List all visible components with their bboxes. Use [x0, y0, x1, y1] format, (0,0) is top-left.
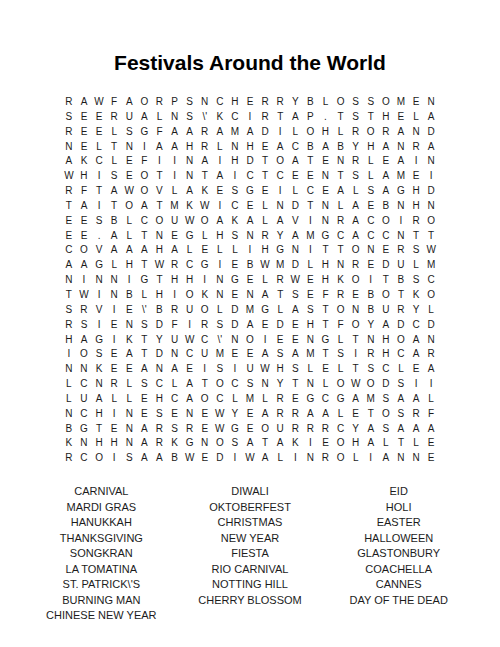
grid-cell: G: [318, 333, 333, 348]
grid-cell: N: [318, 214, 333, 229]
grid-cell: I: [363, 451, 378, 466]
grid-cell: L: [408, 110, 423, 125]
grid-cell: A: [107, 229, 122, 244]
word-list-item: CHERRY BLOSSOM: [176, 593, 325, 609]
grid-cell: B: [363, 288, 378, 303]
grid-cell: O: [424, 288, 439, 303]
grid-cell: E: [242, 422, 257, 437]
grid-cell: L: [288, 184, 303, 199]
grid-cell: N: [258, 377, 273, 392]
grid-cell: H: [273, 362, 288, 377]
grid-cell: O: [378, 214, 393, 229]
grid-cell: H: [227, 95, 242, 110]
grid-cell: C: [378, 229, 393, 244]
grid-cell: A: [182, 392, 197, 407]
page-title: Festivals Around the World: [0, 0, 500, 75]
grid-cell: A: [288, 347, 303, 362]
grid-cell: A: [393, 422, 408, 437]
grid-cell: C: [182, 347, 197, 362]
grid-cell: R: [152, 422, 167, 437]
grid-cell: D: [288, 199, 303, 214]
grid-cell: L: [318, 95, 333, 110]
grid-cell: L: [303, 362, 318, 377]
grid-cell: C: [303, 184, 318, 199]
grid-cell: R: [258, 110, 273, 125]
grid-cell: U: [197, 347, 212, 362]
word-list-item: FIESTA: [176, 546, 325, 562]
grid-cell: E: [61, 229, 76, 244]
grid-cell: R: [258, 95, 273, 110]
grid-cell: P: [303, 110, 318, 125]
grid-cell: O: [333, 436, 348, 451]
grid-cell: M: [227, 125, 242, 140]
grid-cell: H: [303, 318, 318, 333]
word-search-grid: RAWFAORPSNCHERRYBLOSSOMENSEERUALNS\'KCIR…: [61, 95, 438, 466]
grid-cell: G: [393, 184, 408, 199]
grid-cell: L: [167, 377, 182, 392]
grid-cell: D: [152, 318, 167, 333]
grid-cell: I: [92, 288, 107, 303]
grid-cell: E: [424, 451, 439, 466]
grid-cell: S: [227, 229, 242, 244]
grid-cell: E: [182, 362, 197, 377]
grid-cell: T: [363, 110, 378, 125]
grid-cell: L: [122, 214, 137, 229]
grid-cell: H: [378, 333, 393, 348]
grid-cell: A: [408, 392, 423, 407]
grid-cell: E: [288, 318, 303, 333]
grid-cell: O: [76, 243, 91, 258]
grid-cell: E: [303, 288, 318, 303]
grid-cell: A: [122, 95, 137, 110]
grid-cell: S: [122, 451, 137, 466]
word-list: CARNIVALMARDI GRASHANUKKAHTHANKSGIVINGSO…: [27, 484, 473, 624]
grid-cell: E: [303, 169, 318, 184]
grid-cell: C: [393, 347, 408, 362]
grid-cell: H: [408, 184, 423, 199]
grid-cell: I: [167, 288, 182, 303]
grid-cell: A: [393, 154, 408, 169]
grid-cell: Y: [348, 422, 363, 437]
grid-cell: E: [61, 214, 76, 229]
grid-cell: A: [393, 125, 408, 140]
grid-cell: K: [408, 288, 423, 303]
grid-cell: E: [76, 140, 91, 155]
grid-cell: N: [393, 229, 408, 244]
grid-cell: L: [212, 303, 227, 318]
grid-cell: O: [273, 154, 288, 169]
grid-cell: I: [107, 451, 122, 466]
grid-cell: R: [393, 303, 408, 318]
grid-cell: L: [424, 392, 439, 407]
grid-cell: L: [258, 392, 273, 407]
grid-cell: E: [318, 436, 333, 451]
grid-cell: I: [61, 347, 76, 362]
grid-cell: S: [152, 407, 167, 422]
grid-cell: W: [182, 214, 197, 229]
grid-cell: U: [122, 110, 137, 125]
grid-cell: G: [258, 303, 273, 318]
grid-cell: S: [227, 184, 242, 199]
grid-cell: N: [227, 140, 242, 155]
grid-cell: S: [61, 110, 76, 125]
grid-cell: E: [76, 125, 91, 140]
grid-cell: I: [167, 169, 182, 184]
grid-cell: F: [167, 318, 182, 333]
grid-cell: L: [348, 184, 363, 199]
grid-cell: E: [76, 214, 91, 229]
grid-cell: C: [363, 214, 378, 229]
grid-cell: K: [92, 362, 107, 377]
grid-cell: A: [258, 347, 273, 362]
grid-cell: Y: [227, 407, 242, 422]
grid-cell: A: [242, 436, 257, 451]
grid-cell: N: [408, 451, 423, 466]
grid-cell: L: [333, 125, 348, 140]
grid-cell: N: [61, 273, 76, 288]
grid-cell: C: [182, 258, 197, 273]
grid-cell: O: [122, 199, 137, 214]
grid-cell: W: [152, 258, 167, 273]
grid-cell: A: [167, 243, 182, 258]
grid-cell: T: [393, 288, 408, 303]
grid-cell: A: [212, 214, 227, 229]
grid-cell: B: [333, 140, 348, 155]
grid-cell: O: [363, 377, 378, 392]
word-list-item: CHRISTMAS: [176, 515, 325, 531]
grid-cell: L: [92, 140, 107, 155]
grid-cell: T: [303, 154, 318, 169]
grid-cell: T: [348, 333, 363, 348]
grid-cell: G: [227, 273, 242, 288]
grid-cell: N: [393, 451, 408, 466]
grid-cell: K: [333, 273, 348, 288]
grid-cell: E: [227, 258, 242, 273]
grid-cell: E: [107, 362, 122, 377]
grid-cell: S: [408, 243, 423, 258]
word-list-item: HANUKKAH: [27, 515, 176, 531]
grid-cell: I: [348, 347, 363, 362]
grid-cell: E: [393, 110, 408, 125]
grid-cell: O: [92, 451, 107, 466]
grid-cell: I: [182, 318, 197, 333]
grid-cell: U: [76, 392, 91, 407]
grid-cell: E: [318, 184, 333, 199]
grid-cell: N: [424, 154, 439, 169]
grid-cell: C: [76, 377, 91, 392]
grid-cell: N: [76, 436, 91, 451]
grid-cell: T: [61, 288, 76, 303]
grid-cell: R: [363, 347, 378, 362]
grid-cell: E: [348, 407, 363, 422]
grid-cell: \': [212, 333, 227, 348]
grid-cell: N: [273, 199, 288, 214]
grid-cell: T: [318, 243, 333, 258]
grid-cell: M: [303, 229, 318, 244]
grid-cell: K: [197, 288, 212, 303]
grid-cell: N: [348, 303, 363, 318]
word-list-item: HALLOWEEN: [324, 531, 473, 547]
grid-cell: E: [92, 125, 107, 140]
grid-cell: I: [242, 110, 257, 125]
grid-cell: I: [92, 169, 107, 184]
grid-cell: T: [333, 243, 348, 258]
grid-cell: R: [182, 422, 197, 437]
grid-cell: L: [107, 125, 122, 140]
grid-cell: N: [152, 362, 167, 377]
grid-cell: S: [378, 422, 393, 437]
grid-cell: I: [107, 407, 122, 422]
grid-cell: W: [61, 169, 76, 184]
grid-cell: M: [363, 392, 378, 407]
grid-cell: T: [258, 169, 273, 184]
grid-cell: K: [212, 110, 227, 125]
grid-cell: I: [92, 199, 107, 214]
grid-cell: O: [333, 95, 348, 110]
grid-cell: M: [167, 199, 182, 214]
grid-cell: I: [408, 377, 423, 392]
grid-cell: E: [258, 318, 273, 333]
grid-cell: L: [273, 303, 288, 318]
grid-cell: T: [318, 303, 333, 318]
grid-cell: O: [212, 377, 227, 392]
grid-cell: A: [242, 214, 257, 229]
grid-cell: H: [182, 273, 197, 288]
grid-cell: F: [152, 125, 167, 140]
grid-cell: G: [92, 258, 107, 273]
grid-cell: I: [92, 318, 107, 333]
grid-cell: O: [76, 347, 91, 362]
grid-cell: D: [378, 377, 393, 392]
grid-cell: R: [197, 318, 212, 333]
grid-cell: N: [288, 243, 303, 258]
grid-cell: N: [61, 362, 76, 377]
grid-cell: E: [424, 436, 439, 451]
grid-cell: A: [137, 362, 152, 377]
grid-cell: D: [378, 258, 393, 273]
grid-cell: T: [137, 258, 152, 273]
grid-cell: G: [303, 392, 318, 407]
grid-cell: T: [393, 436, 408, 451]
grid-cell: N: [227, 333, 242, 348]
grid-cell: L: [258, 214, 273, 229]
grid-cell: O: [303, 125, 318, 140]
grid-cell: I: [258, 333, 273, 348]
grid-cell: L: [424, 303, 439, 318]
grid-cell: T: [137, 333, 152, 348]
grid-cell: W: [212, 422, 227, 437]
grid-cell: N: [182, 407, 197, 422]
word-list-item: EASTER: [324, 515, 473, 531]
grid-cell: O: [212, 436, 227, 451]
grid-cell: A: [288, 110, 303, 125]
grid-cell: S: [61, 303, 76, 318]
grid-cell: N: [152, 229, 167, 244]
grid-cell: E: [107, 422, 122, 437]
grid-cell: H: [152, 288, 167, 303]
grid-cell: T: [424, 229, 439, 244]
grid-cell: A: [122, 243, 137, 258]
grid-cell: A: [288, 303, 303, 318]
grid-cell: E: [242, 407, 257, 422]
grid-cell: W: [424, 243, 439, 258]
grid-cell: T: [303, 199, 318, 214]
grid-cell: E: [76, 229, 91, 244]
grid-cell: S: [273, 347, 288, 362]
grid-cell: R: [167, 303, 182, 318]
grid-cell: N: [167, 110, 182, 125]
grid-cell: N: [303, 451, 318, 466]
grid-cell: I: [363, 273, 378, 288]
grid-cell: T: [107, 199, 122, 214]
grid-cell: M: [424, 258, 439, 273]
grid-cell: A: [424, 362, 439, 377]
grid-cell: O: [137, 95, 152, 110]
grid-cell: A: [258, 288, 273, 303]
grid-cell: T: [152, 273, 167, 288]
grid-cell: W: [242, 451, 257, 466]
grid-cell: S: [363, 184, 378, 199]
grid-cell: E: [167, 229, 182, 244]
grid-cell: R: [61, 125, 76, 140]
grid-cell: Y: [152, 333, 167, 348]
grid-cell: L: [393, 362, 408, 377]
grid-cell: A: [212, 125, 227, 140]
grid-cell: O: [137, 184, 152, 199]
grid-cell: W: [348, 377, 363, 392]
grid-cell: A: [197, 154, 212, 169]
grid-cell: A: [378, 184, 393, 199]
grid-cell: A: [378, 318, 393, 333]
grid-cell: R: [333, 288, 348, 303]
grid-cell: S: [92, 347, 107, 362]
grid-cell: H: [92, 407, 107, 422]
grid-cell: T: [92, 184, 107, 199]
grid-cell: L: [227, 392, 242, 407]
grid-cell: B: [167, 451, 182, 466]
grid-cell: R: [61, 184, 76, 199]
grid-cell: R: [197, 140, 212, 155]
grid-cell: .: [92, 229, 107, 244]
grid-cell: G: [273, 243, 288, 258]
grid-cell: A: [348, 214, 363, 229]
grid-cell: T: [152, 199, 167, 214]
grid-cell: R: [107, 110, 122, 125]
grid-cell: A: [348, 199, 363, 214]
grid-cell: O: [197, 392, 212, 407]
grid-cell: W: [212, 407, 227, 422]
grid-cell: A: [273, 140, 288, 155]
grid-cell: H: [152, 243, 167, 258]
grid-cell: O: [258, 422, 273, 437]
grid-cell: L: [288, 125, 303, 140]
grid-cell: R: [273, 273, 288, 288]
grid-cell: A: [288, 154, 303, 169]
word-list-item: RIO CARNIVAL: [176, 562, 325, 578]
grid-cell: E: [227, 288, 242, 303]
grid-cell: B: [242, 258, 257, 273]
grid-cell: I: [137, 140, 152, 155]
grid-cell: I: [303, 243, 318, 258]
grid-cell: C: [227, 110, 242, 125]
grid-cell: L: [182, 243, 197, 258]
grid-cell: R: [348, 125, 363, 140]
grid-cell: N: [107, 273, 122, 288]
grid-cell: L: [122, 377, 137, 392]
grid-cell: E: [242, 347, 257, 362]
grid-cell: A: [303, 407, 318, 422]
grid-cell: R: [348, 258, 363, 273]
grid-cell: L: [227, 243, 242, 258]
grid-cell: I: [227, 169, 242, 184]
grid-cell: N: [408, 125, 423, 140]
grid-cell: F: [107, 95, 122, 110]
grid-cell: T: [318, 318, 333, 333]
grid-cell: I: [227, 362, 242, 377]
grid-cell: E: [242, 95, 257, 110]
grid-cell: C: [318, 392, 333, 407]
word-list-item: CHINESE NEW YEAR: [27, 608, 176, 624]
grid-cell: S: [137, 318, 152, 333]
grid-cell: L: [333, 362, 348, 377]
grid-cell: L: [137, 288, 152, 303]
grid-cell: A: [122, 347, 137, 362]
grid-cell: W: [258, 258, 273, 273]
grid-cell: C: [76, 407, 91, 422]
grid-cell: A: [137, 422, 152, 437]
grid-cell: A: [408, 347, 423, 362]
grid-cell: G: [137, 125, 152, 140]
grid-cell: E: [318, 362, 333, 377]
grid-cell: A: [137, 436, 152, 451]
grid-cell: L: [122, 392, 137, 407]
grid-cell: N: [212, 288, 227, 303]
grid-cell: T: [333, 169, 348, 184]
grid-cell: O: [242, 333, 257, 348]
grid-cell: V: [152, 184, 167, 199]
grid-cell: A: [424, 110, 439, 125]
grid-cell: D: [288, 258, 303, 273]
grid-cell: T: [61, 199, 76, 214]
grid-cell: E: [318, 154, 333, 169]
grid-cell: D: [393, 318, 408, 333]
grid-cell: O: [333, 303, 348, 318]
grid-cell: H: [363, 140, 378, 155]
grid-cell: E: [408, 169, 423, 184]
grid-cell: W: [288, 273, 303, 288]
grid-cell: N: [303, 377, 318, 392]
grid-cell: B: [152, 303, 167, 318]
grid-cell: L: [408, 436, 423, 451]
grid-cell: L: [318, 377, 333, 392]
grid-cell: E: [197, 243, 212, 258]
grid-cell: R: [288, 407, 303, 422]
grid-cell: L: [258, 273, 273, 288]
grid-cell: I: [303, 436, 318, 451]
grid-cell: R: [333, 214, 348, 229]
grid-cell: H: [122, 258, 137, 273]
grid-cell: D: [227, 303, 242, 318]
grid-cell: A: [363, 422, 378, 437]
grid-cell: E: [122, 154, 137, 169]
grid-cell: L: [152, 110, 167, 125]
grid-cell: T: [363, 407, 378, 422]
grid-cell: I: [242, 243, 257, 258]
grid-cell: R: [408, 140, 423, 155]
grid-cell: S: [363, 95, 378, 110]
grid-cell: N: [363, 243, 378, 258]
grid-cell: C: [333, 422, 348, 437]
